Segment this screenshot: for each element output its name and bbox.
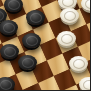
black-piece[interactable] [0,20,18,35]
checkers-board-view [0,0,90,90]
white-piece[interactable] [69,56,88,71]
black-piece[interactable] [18,55,37,70]
black-piece[interactable] [4,0,23,12]
black-piece[interactable] [0,44,19,59]
pieces-layer [0,0,90,90]
black-piece[interactable] [26,10,45,25]
white-piece[interactable] [79,77,91,91]
white-piece[interactable] [57,31,76,46]
black-piece[interactable] [0,77,15,91]
white-piece[interactable] [81,0,91,11]
white-piece[interactable] [60,8,79,23]
black-piece[interactable] [22,33,41,48]
